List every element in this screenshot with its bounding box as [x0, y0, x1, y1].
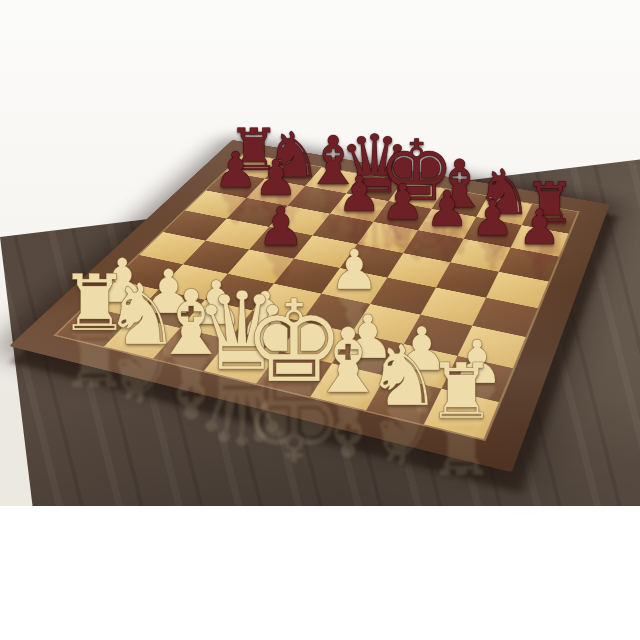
- piece-red-pawn-a7[interactable]: ♟: [213, 146, 257, 195]
- piece-red-pawn-e7[interactable]: ♟: [381, 177, 425, 226]
- piece-red-pawn-d7[interactable]: ♟: [337, 169, 381, 218]
- piece-layer: ♜♜♞♞♝♝♛♛♚♚♝♝♞♞♜♜♟♟♟♟♟♟♟♟♟♟♟♟♟♟♟♟♟♟♟♟♟♟♟♟…: [0, 0, 640, 640]
- piece-red-pawn-c5[interactable]: ♟: [257, 201, 305, 254]
- chess-set-photo: ♜♜♞♞♝♝♛♛♚♚♝♝♞♞♜♜♟♟♟♟♟♟♟♟♟♟♟♟♟♟♟♟♟♟♟♟♟♟♟♟…: [0, 0, 640, 640]
- piece-red-pawn-h7[interactable]: ♟: [518, 203, 562, 252]
- piece-white-rook-h1[interactable]: ♜: [427, 354, 496, 431]
- piece-red-pawn-f7[interactable]: ♟: [425, 186, 469, 235]
- piece-red-pawn-g7[interactable]: ♟: [471, 194, 515, 243]
